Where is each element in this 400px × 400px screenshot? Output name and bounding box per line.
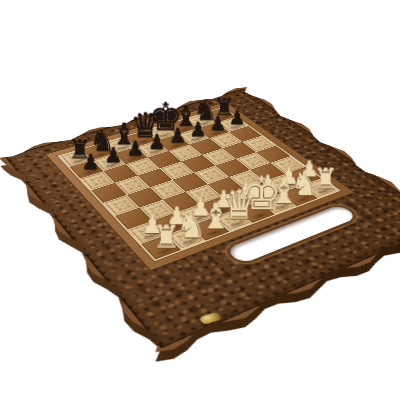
piece-black-pawn: ♟ [169,126,187,146]
chess-grid: ♜♞♝♛♚♝♞♜♟♟♟♟♟♟♟♟♟♟♟♟♟♟♟♟♜♞♝♛♚♝♞♜ [60,108,338,259]
piece-black-pawn: ♟ [126,138,145,159]
piece-white-knight: ♞ [176,209,207,243]
board-frame: ♜♞♝♛♚♝♞♜♟♟♟♟♟♟♟♟♟♟♟♟♟♟♟♟♜♞♝♛♚♝♞♜ [45,102,355,271]
scene-3d: ♜♞♝♛♚♝♞♜♟♟♟♟♟♟♟♟♟♟♟♟♟♟♟♟♜♞♝♛♚♝♞♜ [0,0,400,400]
square-c4 [150,180,186,200]
piece-black-pawn: ♟ [209,114,227,134]
piece-black-pawn: ♟ [81,152,100,173]
piece-white-rook: ♜ [153,222,180,252]
piece-black-pawn: ♟ [104,145,123,166]
piece-black-pawn: ♟ [189,120,207,140]
square-a4 [103,195,139,216]
chess-board: ♜♞♝♛♚♝♞♜♟♟♟♟♟♟♟♟♟♟♟♟♟♟♟♟♜♞♝♛♚♝♞♜ [0,86,400,357]
piece-black-pawn: ♟ [228,108,245,127]
chess-set-product-photo: ♜♞♝♛♚♝♞♜♟♟♟♟♟♟♟♟♟♟♟♟♟♟♟♟♜♞♝♛♚♝♞♜ [0,0,400,400]
piece-black-pawn: ♟ [148,132,166,153]
